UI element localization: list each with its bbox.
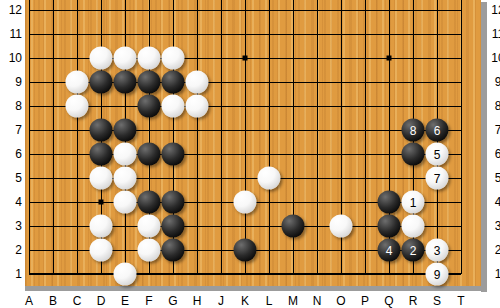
column-label-N: N (305, 294, 329, 308)
intersection-P10[interactable] (353, 46, 377, 70)
intersection-Q5[interactable] (377, 166, 401, 190)
intersection-M3[interactable] (281, 214, 305, 238)
intersection-C9[interactable] (65, 70, 89, 94)
intersection-J6[interactable] (209, 142, 233, 166)
stone-white-L5[interactable] (258, 167, 281, 190)
intersection-R4[interactable]: 1 (401, 190, 425, 214)
intersection-Q7[interactable] (377, 118, 401, 142)
intersection-O9[interactable] (329, 70, 353, 94)
intersection-M8[interactable] (281, 94, 305, 118)
intersection-B11[interactable] (41, 22, 65, 46)
intersection-O1[interactable] (329, 262, 353, 286)
intersection-E2[interactable] (113, 238, 137, 262)
intersection-E11[interactable] (113, 22, 137, 46)
intersection-S12[interactable] (425, 0, 449, 22)
intersection-G5[interactable] (161, 166, 185, 190)
intersection-D2[interactable] (89, 238, 113, 262)
intersection-Q6[interactable] (377, 142, 401, 166)
column-label-O: O (329, 294, 353, 308)
stone-black-S7[interactable]: 6 (426, 119, 449, 142)
stone-black-E7[interactable] (114, 119, 137, 142)
stone-white-S1[interactable]: 9 (426, 263, 449, 286)
intersection-C2[interactable] (65, 238, 89, 262)
intersection-Q4[interactable] (377, 190, 401, 214)
intersection-L4[interactable] (257, 190, 281, 214)
intersection-G11[interactable] (161, 22, 185, 46)
intersection-F5[interactable] (137, 166, 161, 190)
intersection-E6[interactable] (113, 142, 137, 166)
intersection-H3[interactable] (185, 214, 209, 238)
intersection-F4[interactable] (137, 190, 161, 214)
intersection-T2[interactable] (449, 238, 473, 262)
stone-white-E1[interactable] (114, 263, 137, 286)
intersection-P12[interactable] (353, 0, 377, 22)
intersection-C3[interactable] (65, 214, 89, 238)
move-number: 7 (434, 172, 441, 184)
intersection-P4[interactable] (353, 190, 377, 214)
row-label-right-9: 9 (489, 75, 500, 89)
intersection-B10[interactable] (41, 46, 65, 70)
intersection-G3[interactable] (161, 214, 185, 238)
intersection-R5[interactable] (401, 166, 425, 190)
stone-white-F10[interactable] (138, 47, 161, 70)
intersection-E9[interactable] (113, 70, 137, 94)
intersection-T11[interactable] (449, 22, 473, 46)
intersection-O2[interactable] (329, 238, 353, 262)
intersection-G1[interactable] (161, 262, 185, 286)
intersection-N10[interactable] (305, 46, 329, 70)
stone-black-G6[interactable] (162, 143, 185, 166)
stone-black-Q2[interactable]: 4 (378, 239, 401, 262)
intersection-D5[interactable] (89, 166, 113, 190)
intersection-B8[interactable] (41, 94, 65, 118)
column-label-G: G (161, 294, 185, 308)
intersection-R3[interactable] (401, 214, 425, 238)
stone-white-O3[interactable] (330, 215, 353, 238)
stone-black-F6[interactable] (138, 143, 161, 166)
intersection-J10[interactable] (209, 46, 233, 70)
intersection-Q11[interactable] (377, 22, 401, 46)
intersection-F1[interactable] (137, 262, 161, 286)
intersection-N1[interactable] (305, 262, 329, 286)
intersection-N12[interactable] (305, 0, 329, 22)
intersection-D10[interactable] (89, 46, 113, 70)
row-label-left-5: 5 (0, 171, 22, 185)
intersection-G10[interactable] (161, 46, 185, 70)
intersection-T10[interactable] (449, 46, 473, 70)
intersection-E12[interactable] (113, 0, 137, 22)
stone-white-R4[interactable]: 1 (402, 191, 425, 214)
intersection-F9[interactable] (137, 70, 161, 94)
intersection-O5[interactable] (329, 166, 353, 190)
intersection-E7[interactable] (113, 118, 137, 142)
column-label-A: A (17, 294, 41, 308)
stone-black-Q4[interactable] (378, 191, 401, 214)
intersection-C5[interactable] (65, 166, 89, 190)
intersection-J1[interactable] (209, 262, 233, 286)
intersection-D11[interactable] (89, 22, 113, 46)
intersection-N7[interactable] (305, 118, 329, 142)
intersection-N6[interactable] (305, 142, 329, 166)
row-label-left-10: 10 (0, 51, 22, 65)
intersection-D12[interactable] (89, 0, 113, 22)
stone-black-D9[interactable] (90, 71, 113, 94)
stone-white-S6[interactable]: 5 (426, 143, 449, 166)
intersection-J7[interactable] (209, 118, 233, 142)
intersection-T7[interactable] (449, 118, 473, 142)
intersection-O3[interactable] (329, 214, 353, 238)
intersection-H5[interactable] (185, 166, 209, 190)
intersection-M5[interactable] (281, 166, 305, 190)
intersection-C1[interactable] (65, 262, 89, 286)
intersection-M4[interactable] (281, 190, 305, 214)
intersection-P11[interactable] (353, 22, 377, 46)
intersection-F3[interactable] (137, 214, 161, 238)
intersection-J2[interactable] (209, 238, 233, 262)
intersection-H2[interactable] (185, 238, 209, 262)
intersection-B9[interactable] (41, 70, 65, 94)
intersection-N9[interactable] (305, 70, 329, 94)
intersection-L7[interactable] (257, 118, 281, 142)
intersection-L3[interactable] (257, 214, 281, 238)
intersection-D1[interactable] (89, 262, 113, 286)
intersection-S1[interactable]: 9 (425, 262, 449, 286)
intersection-C7[interactable] (65, 118, 89, 142)
intersection-O11[interactable] (329, 22, 353, 46)
intersection-H10[interactable] (185, 46, 209, 70)
stone-white-F2[interactable] (138, 239, 161, 262)
intersection-F11[interactable] (137, 22, 161, 46)
stone-black-E9[interactable] (114, 71, 137, 94)
intersection-J8[interactable] (209, 94, 233, 118)
stone-white-H9[interactable] (186, 71, 209, 94)
intersection-O12[interactable] (329, 0, 353, 22)
intersection-L6[interactable] (257, 142, 281, 166)
row-label-left-6: 6 (0, 147, 22, 161)
column-label-F: F (137, 294, 161, 308)
intersection-S11[interactable] (425, 22, 449, 46)
stone-white-E5[interactable] (114, 167, 137, 190)
intersection-F12[interactable] (137, 0, 161, 22)
intersection-D4[interactable] (89, 190, 113, 214)
intersection-F2[interactable] (137, 238, 161, 262)
column-label-P: P (353, 294, 377, 308)
intersection-C8[interactable] (65, 94, 89, 118)
intersection-D7[interactable] (89, 118, 113, 142)
intersection-J12[interactable] (209, 0, 233, 22)
intersection-B1[interactable] (41, 262, 65, 286)
intersection-N5[interactable] (305, 166, 329, 190)
intersection-K5[interactable] (233, 166, 257, 190)
intersection-R8[interactable] (401, 94, 425, 118)
intersection-D6[interactable] (89, 142, 113, 166)
intersection-P2[interactable] (353, 238, 377, 262)
stone-black-K2[interactable] (234, 239, 257, 262)
intersection-T4[interactable] (449, 190, 473, 214)
intersection-M6[interactable] (281, 142, 305, 166)
stone-white-D10[interactable] (90, 47, 113, 70)
stone-white-S5[interactable]: 7 (426, 167, 449, 190)
stone-black-R7[interactable]: 8 (402, 119, 425, 142)
move-number: 6 (434, 124, 441, 136)
intersection-R6[interactable] (401, 142, 425, 166)
intersection-H1[interactable] (185, 262, 209, 286)
intersection-O6[interactable] (329, 142, 353, 166)
intersection-R12[interactable] (401, 0, 425, 22)
intersection-B2[interactable] (41, 238, 65, 262)
intersection-M12[interactable] (281, 0, 305, 22)
stone-black-R2[interactable]: 2 (402, 239, 425, 262)
star-point-D4 (99, 200, 104, 205)
intersection-R1[interactable] (401, 262, 425, 286)
intersection-N2[interactable] (305, 238, 329, 262)
stone-black-R6[interactable] (402, 143, 425, 166)
intersection-S4[interactable] (425, 190, 449, 214)
stone-white-D2[interactable] (90, 239, 113, 262)
row-label-left-8: 8 (0, 99, 22, 113)
intersection-G8[interactable] (161, 94, 185, 118)
intersection-J3[interactable] (209, 214, 233, 238)
row-label-right-3: 3 (489, 219, 500, 233)
intersection-D3[interactable] (89, 214, 113, 238)
intersection-C6[interactable] (65, 142, 89, 166)
stone-white-K4[interactable] (234, 191, 257, 214)
intersection-R7[interactable]: 8 (401, 118, 425, 142)
stone-white-G10[interactable] (162, 47, 185, 70)
intersection-N4[interactable] (305, 190, 329, 214)
intersection-S7[interactable]: 6 (425, 118, 449, 142)
row-label-right-4: 4 (489, 195, 500, 209)
intersection-F10[interactable] (137, 46, 161, 70)
intersection-K12[interactable] (233, 0, 257, 22)
intersection-L1[interactable] (257, 262, 281, 286)
intersection-K11[interactable] (233, 22, 257, 46)
column-label-H: H (185, 294, 209, 308)
intersection-E8[interactable] (113, 94, 137, 118)
intersection-C11[interactable] (65, 22, 89, 46)
intersection-D8[interactable] (89, 94, 113, 118)
stone-black-Q3[interactable] (378, 215, 401, 238)
intersection-P1[interactable] (353, 262, 377, 286)
stone-black-F9[interactable] (138, 71, 161, 94)
intersection-B6[interactable] (41, 142, 65, 166)
move-number: 2 (410, 244, 417, 256)
move-number: 1 (410, 196, 417, 208)
intersection-S9[interactable] (425, 70, 449, 94)
intersection-J9[interactable] (209, 70, 233, 94)
intersection-H6[interactable] (185, 142, 209, 166)
board-grid: 865714239 (17, 0, 473, 286)
intersection-M11[interactable] (281, 22, 305, 46)
intersection-K4[interactable] (233, 190, 257, 214)
intersection-F6[interactable] (137, 142, 161, 166)
intersection-C10[interactable] (65, 46, 89, 70)
stone-black-G2[interactable] (162, 239, 185, 262)
intersection-B7[interactable] (41, 118, 65, 142)
intersection-M7[interactable] (281, 118, 305, 142)
intersection-P6[interactable] (353, 142, 377, 166)
intersection-R2[interactable]: 2 (401, 238, 425, 262)
intersection-O10[interactable] (329, 46, 353, 70)
row-label-left-7: 7 (0, 123, 22, 137)
intersection-N3[interactable] (305, 214, 329, 238)
intersection-K1[interactable] (233, 262, 257, 286)
stone-white-E10[interactable] (114, 47, 137, 70)
intersection-G12[interactable] (161, 0, 185, 22)
intersection-L11[interactable] (257, 22, 281, 46)
intersection-M9[interactable] (281, 70, 305, 94)
stone-white-F3[interactable] (138, 215, 161, 238)
stone-white-D3[interactable] (90, 215, 113, 238)
intersection-B4[interactable] (41, 190, 65, 214)
intersection-E1[interactable] (113, 262, 137, 286)
intersection-P9[interactable] (353, 70, 377, 94)
intersection-B12[interactable] (41, 0, 65, 22)
intersection-M1[interactable] (281, 262, 305, 286)
intersection-G2[interactable] (161, 238, 185, 262)
intersection-K6[interactable] (233, 142, 257, 166)
column-label-E: E (113, 294, 137, 308)
stone-white-C8[interactable] (66, 95, 89, 118)
intersection-S3[interactable] (425, 214, 449, 238)
intersection-T3[interactable] (449, 214, 473, 238)
intersection-C12[interactable] (65, 0, 89, 22)
intersection-H4[interactable] (185, 190, 209, 214)
intersection-K8[interactable] (233, 94, 257, 118)
intersection-T12[interactable] (449, 0, 473, 22)
intersection-S10[interactable] (425, 46, 449, 70)
intersection-Q8[interactable] (377, 94, 401, 118)
intersection-Q12[interactable] (377, 0, 401, 22)
intersection-Q2[interactable]: 4 (377, 238, 401, 262)
intersection-K2[interactable] (233, 238, 257, 262)
intersection-R11[interactable] (401, 22, 425, 46)
stone-white-E6[interactable] (114, 143, 137, 166)
intersection-J11[interactable] (209, 22, 233, 46)
stone-black-M3[interactable] (282, 215, 305, 238)
stone-black-G4[interactable] (162, 191, 185, 214)
move-number: 4 (386, 244, 393, 256)
intersection-B3[interactable] (41, 214, 65, 238)
row-label-left-11: 11 (0, 27, 22, 41)
intersection-B5[interactable] (41, 166, 65, 190)
intersection-G6[interactable] (161, 142, 185, 166)
row-label-left-4: 4 (0, 195, 22, 209)
go-diagram: 865714239 121110987654321 12111098765432… (0, 0, 500, 308)
intersection-L10[interactable] (257, 46, 281, 70)
intersection-P7[interactable] (353, 118, 377, 142)
intersection-N8[interactable] (305, 94, 329, 118)
stone-black-G3[interactable] (162, 215, 185, 238)
intersection-K10[interactable] (233, 46, 257, 70)
intersection-L9[interactable] (257, 70, 281, 94)
intersection-Q9[interactable] (377, 70, 401, 94)
intersection-H12[interactable] (185, 0, 209, 22)
intersection-K9[interactable] (233, 70, 257, 94)
intersection-H7[interactable] (185, 118, 209, 142)
intersection-T1[interactable] (449, 262, 473, 286)
intersection-R9[interactable] (401, 70, 425, 94)
intersection-G4[interactable] (161, 190, 185, 214)
intersection-O7[interactable] (329, 118, 353, 142)
intersection-E3[interactable] (113, 214, 137, 238)
intersection-J5[interactable] (209, 166, 233, 190)
intersection-P3[interactable] (353, 214, 377, 238)
intersection-M10[interactable] (281, 46, 305, 70)
intersection-P8[interactable] (353, 94, 377, 118)
intersection-S6[interactable]: 5 (425, 142, 449, 166)
intersection-M2[interactable] (281, 238, 305, 262)
intersection-P5[interactable] (353, 166, 377, 190)
intersection-T9[interactable] (449, 70, 473, 94)
intersection-L8[interactable] (257, 94, 281, 118)
row-label-right-1: 1 (489, 267, 500, 281)
intersection-G7[interactable] (161, 118, 185, 142)
intersection-S8[interactable] (425, 94, 449, 118)
intersection-Q10[interactable] (377, 46, 401, 70)
intersection-E5[interactable] (113, 166, 137, 190)
intersection-L2[interactable] (257, 238, 281, 262)
intersection-N11[interactable] (305, 22, 329, 46)
intersection-H11[interactable] (185, 22, 209, 46)
intersection-E10[interactable] (113, 46, 137, 70)
row-label-right-6: 6 (489, 147, 500, 161)
intersection-H8[interactable] (185, 94, 209, 118)
intersection-T5[interactable] (449, 166, 473, 190)
intersection-C4[interactable] (65, 190, 89, 214)
intersection-S5[interactable]: 7 (425, 166, 449, 190)
intersection-J4[interactable] (209, 190, 233, 214)
intersection-L12[interactable] (257, 0, 281, 22)
intersection-Q1[interactable] (377, 262, 401, 286)
stone-white-H8[interactable] (186, 95, 209, 118)
star-point-Q10 (387, 56, 392, 61)
row-label-right-11: 11 (489, 27, 500, 41)
intersection-S2[interactable]: 3 (425, 238, 449, 262)
intersection-O4[interactable] (329, 190, 353, 214)
intersection-D9[interactable] (89, 70, 113, 94)
stone-black-F4[interactable] (138, 191, 161, 214)
stone-white-G8[interactable] (162, 95, 185, 118)
intersection-F8[interactable] (137, 94, 161, 118)
intersection-L5[interactable] (257, 166, 281, 190)
intersection-T6[interactable] (449, 142, 473, 166)
intersection-Q3[interactable] (377, 214, 401, 238)
intersection-E4[interactable] (113, 190, 137, 214)
intersection-G9[interactable] (161, 70, 185, 94)
column-label-S: S (425, 294, 449, 308)
stone-white-D5[interactable] (90, 167, 113, 190)
stone-black-D6[interactable] (90, 143, 113, 166)
stone-black-G9[interactable] (162, 71, 185, 94)
intersection-T8[interactable] (449, 94, 473, 118)
intersection-K7[interactable] (233, 118, 257, 142)
stone-black-D7[interactable] (90, 119, 113, 142)
move-number: 9 (434, 268, 441, 280)
intersection-K3[interactable] (233, 214, 257, 238)
stone-black-F8[interactable] (138, 95, 161, 118)
intersection-O8[interactable] (329, 94, 353, 118)
stone-white-R3[interactable] (402, 215, 425, 238)
stone-white-E4[interactable] (114, 191, 137, 214)
intersection-H9[interactable] (185, 70, 209, 94)
intersection-R10[interactable] (401, 46, 425, 70)
intersection-F7[interactable] (137, 118, 161, 142)
stone-white-S2[interactable]: 3 (426, 239, 449, 262)
row-label-right-5: 5 (489, 171, 500, 185)
row-label-right-2: 2 (489, 243, 500, 257)
stone-white-C9[interactable] (66, 71, 89, 94)
